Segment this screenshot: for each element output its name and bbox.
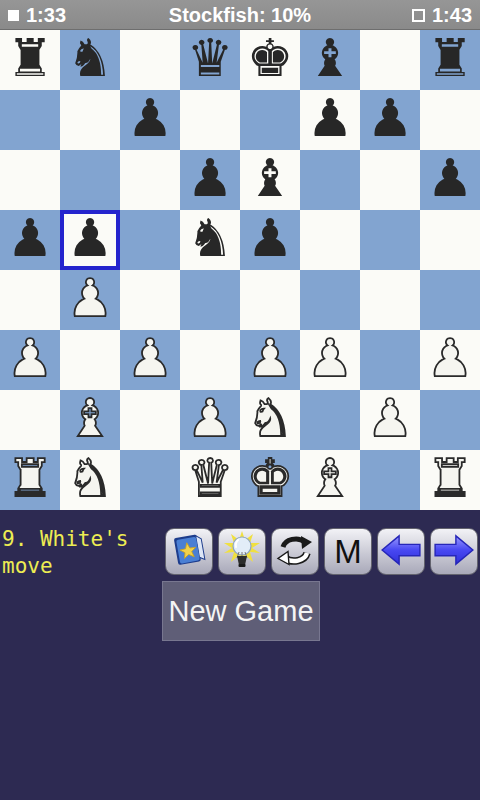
white-pawn-d2: ♟︎ bbox=[187, 392, 234, 444]
square-h4[interactable] bbox=[420, 270, 480, 330]
square-a2[interactable] bbox=[0, 390, 60, 450]
white-bishop-b2: ♝︎ bbox=[67, 392, 114, 444]
square-h7[interactable] bbox=[420, 90, 480, 150]
square-e2[interactable]: ♞︎ bbox=[240, 390, 300, 450]
square-b4[interactable]: ♟︎ bbox=[60, 270, 120, 330]
black-queen-d8: ♛︎ bbox=[187, 32, 234, 84]
white-clock: 1:43 bbox=[412, 0, 472, 30]
black-rook-h8: ♜︎ bbox=[427, 32, 474, 84]
square-a7[interactable] bbox=[0, 90, 60, 150]
square-h3[interactable]: ♟︎ bbox=[420, 330, 480, 390]
square-f1[interactable]: ♝︎ bbox=[300, 450, 360, 510]
white-knight-b1: ♞︎ bbox=[67, 452, 114, 504]
square-f5[interactable] bbox=[300, 210, 360, 270]
square-a3[interactable]: ♟︎ bbox=[0, 330, 60, 390]
status-bar: 1:33 Stockfish: 10% 1:43 bbox=[0, 0, 480, 30]
square-g5[interactable] bbox=[360, 210, 420, 270]
square-d7[interactable] bbox=[180, 90, 240, 150]
book-star-icon bbox=[169, 530, 209, 573]
black-pawn-d6: ♟︎ bbox=[187, 152, 234, 204]
square-c5[interactable] bbox=[120, 210, 180, 270]
white-pawn-b4: ♟︎ bbox=[67, 272, 114, 324]
black-knight-d5: ♞︎ bbox=[187, 212, 234, 264]
moves-button-label: M bbox=[334, 535, 362, 568]
moves-button[interactable]: M bbox=[324, 528, 372, 575]
square-b3[interactable] bbox=[60, 330, 120, 390]
square-d3[interactable] bbox=[180, 330, 240, 390]
square-d2[interactable]: ♟︎ bbox=[180, 390, 240, 450]
black-bishop-f8: ♝︎ bbox=[307, 32, 354, 84]
square-c6[interactable] bbox=[120, 150, 180, 210]
white-king-e1: ♚︎ bbox=[247, 452, 294, 504]
square-c7[interactable]: ♟︎ bbox=[120, 90, 180, 150]
square-b2[interactable]: ♝︎ bbox=[60, 390, 120, 450]
square-g3[interactable] bbox=[360, 330, 420, 390]
square-g7[interactable]: ♟︎ bbox=[360, 90, 420, 150]
arrow-right-icon bbox=[433, 533, 475, 570]
square-h6[interactable]: ♟︎ bbox=[420, 150, 480, 210]
square-d5[interactable]: ♞︎ bbox=[180, 210, 240, 270]
book-button[interactable] bbox=[165, 528, 213, 575]
square-d4[interactable] bbox=[180, 270, 240, 330]
black-rook-a8: ♜︎ bbox=[7, 32, 54, 84]
black-pawn-b5: ♟︎ bbox=[67, 212, 114, 264]
hint-button[interactable] bbox=[218, 528, 266, 575]
square-g8[interactable] bbox=[360, 30, 420, 90]
move-status-text: 9. White's move bbox=[2, 526, 154, 580]
square-g6[interactable] bbox=[360, 150, 420, 210]
square-d8[interactable]: ♛︎ bbox=[180, 30, 240, 90]
square-h8[interactable]: ♜︎ bbox=[420, 30, 480, 90]
white-rook-h1: ♜︎ bbox=[427, 452, 474, 504]
chess-app-screen: 1:33 Stockfish: 10% 1:43 ♜︎♞︎♛︎♚︎♝︎♜︎♟︎♟… bbox=[0, 0, 480, 800]
square-f2[interactable] bbox=[300, 390, 360, 450]
black-pawn-e5: ♟︎ bbox=[247, 212, 294, 264]
redo-button[interactable] bbox=[430, 528, 478, 575]
square-c4[interactable] bbox=[120, 270, 180, 330]
square-c8[interactable] bbox=[120, 30, 180, 90]
white-clock-icon bbox=[412, 9, 425, 22]
white-pawn-c3: ♟︎ bbox=[127, 332, 174, 384]
black-bishop-e6: ♝︎ bbox=[247, 152, 294, 204]
square-a5[interactable]: ♟︎ bbox=[0, 210, 60, 270]
white-pawn-g2: ♟︎ bbox=[367, 392, 414, 444]
square-b6[interactable] bbox=[60, 150, 120, 210]
square-b1[interactable]: ♞︎ bbox=[60, 450, 120, 510]
square-c2[interactable] bbox=[120, 390, 180, 450]
square-e1[interactable]: ♚︎ bbox=[240, 450, 300, 510]
square-d6[interactable]: ♟︎ bbox=[180, 150, 240, 210]
new-game-label: New Game bbox=[168, 595, 313, 628]
square-c3[interactable]: ♟︎ bbox=[120, 330, 180, 390]
square-h5[interactable] bbox=[420, 210, 480, 270]
white-rook-a1: ♜︎ bbox=[7, 452, 54, 504]
square-a8[interactable]: ♜︎ bbox=[0, 30, 60, 90]
square-a1[interactable]: ♜︎ bbox=[0, 450, 60, 510]
bottom-panel: 9. White's move bbox=[0, 510, 480, 800]
square-f4[interactable] bbox=[300, 270, 360, 330]
square-e8[interactable]: ♚︎ bbox=[240, 30, 300, 90]
square-h2[interactable] bbox=[420, 390, 480, 450]
square-e6[interactable]: ♝︎ bbox=[240, 150, 300, 210]
lightbulb-icon bbox=[222, 530, 262, 573]
white-pawn-h3: ♟︎ bbox=[427, 332, 474, 384]
square-g4[interactable] bbox=[360, 270, 420, 330]
square-a6[interactable] bbox=[0, 150, 60, 210]
white-pawn-a3: ♟︎ bbox=[7, 332, 54, 384]
square-f6[interactable] bbox=[300, 150, 360, 210]
square-e7[interactable] bbox=[240, 90, 300, 150]
black-pawn-c7: ♟︎ bbox=[127, 92, 174, 144]
square-c1[interactable] bbox=[120, 450, 180, 510]
engine-status: Stockfish: 10% bbox=[0, 0, 480, 30]
undo-button[interactable] bbox=[377, 528, 425, 575]
flip-board-button[interactable] bbox=[271, 528, 319, 575]
square-a4[interactable] bbox=[0, 270, 60, 330]
arrow-left-icon bbox=[380, 533, 422, 570]
square-f3[interactable]: ♟︎ bbox=[300, 330, 360, 390]
black-knight-b8: ♞︎ bbox=[67, 32, 114, 84]
square-b5[interactable]: ♟︎ bbox=[60, 210, 120, 270]
chess-board: ♜︎♞︎♛︎♚︎♝︎♜︎♟︎♟︎♟︎♟︎♝︎♟︎♟︎♟︎♞︎♟︎♟︎♟︎♟︎♟︎… bbox=[0, 30, 480, 510]
white-queen-d1: ♛︎ bbox=[187, 452, 234, 504]
new-game-button[interactable]: New Game bbox=[162, 581, 320, 641]
square-e3[interactable]: ♟︎ bbox=[240, 330, 300, 390]
square-g2[interactable]: ♟︎ bbox=[360, 390, 420, 450]
square-h1[interactable]: ♜︎ bbox=[420, 450, 480, 510]
square-b8[interactable]: ♞︎ bbox=[60, 30, 120, 90]
black-pawn-g7: ♟︎ bbox=[367, 92, 414, 144]
square-e5[interactable]: ♟︎ bbox=[240, 210, 300, 270]
square-f8[interactable]: ♝︎ bbox=[300, 30, 360, 90]
square-b7[interactable] bbox=[60, 90, 120, 150]
black-pawn-f7: ♟︎ bbox=[307, 92, 354, 144]
black-king-e8: ♚︎ bbox=[247, 32, 294, 84]
square-d1[interactable]: ♛︎ bbox=[180, 450, 240, 510]
white-bishop-f1: ♝︎ bbox=[307, 452, 354, 504]
black-pawn-a5: ♟︎ bbox=[7, 212, 54, 264]
square-e4[interactable] bbox=[240, 270, 300, 330]
square-f7[interactable]: ♟︎ bbox=[300, 90, 360, 150]
black-pawn-h6: ♟︎ bbox=[427, 152, 474, 204]
refresh-icon bbox=[275, 530, 315, 573]
white-knight-e2: ♞︎ bbox=[247, 392, 294, 444]
white-pawn-f3: ♟︎ bbox=[307, 332, 354, 384]
white-pawn-e3: ♟︎ bbox=[247, 332, 294, 384]
square-g1[interactable] bbox=[360, 450, 420, 510]
toolbar: M bbox=[165, 528, 478, 575]
white-time: 1:43 bbox=[432, 4, 472, 27]
